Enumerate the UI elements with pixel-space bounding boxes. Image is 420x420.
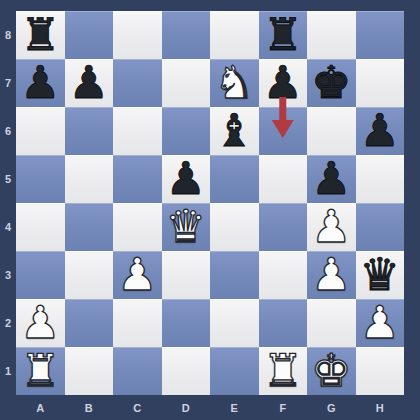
square-a4[interactable] (16, 203, 65, 251)
piece-black-pawn[interactable]: ♟ (166, 155, 206, 203)
square-b6[interactable] (65, 107, 114, 155)
piece-black-bishop[interactable]: ♝ (214, 107, 254, 155)
square-a5[interactable] (16, 155, 65, 203)
piece-black-pawn[interactable]: ♟ (20, 59, 60, 107)
square-h6[interactable]: ♟ (356, 107, 405, 155)
rank-label-8: 8 (0, 11, 16, 59)
square-h5[interactable] (356, 155, 405, 203)
square-e5[interactable] (210, 155, 259, 203)
piece-black-pawn[interactable]: ♟ (360, 107, 400, 155)
square-g6[interactable] (307, 107, 356, 155)
square-a8[interactable]: ♜ (16, 11, 65, 59)
square-d1[interactable] (162, 347, 211, 395)
square-c3[interactable]: ♟ (113, 251, 162, 299)
rank-label-1: 1 (0, 347, 16, 395)
piece-white-king[interactable]: ♚ (311, 347, 351, 395)
rank-label-6: 6 (0, 107, 16, 155)
square-g2[interactable] (307, 299, 356, 347)
rank-label-2: 2 (0, 299, 16, 347)
square-a6[interactable] (16, 107, 65, 155)
file-label-a: A (16, 397, 65, 419)
square-f3[interactable] (259, 251, 308, 299)
square-b5[interactable] (65, 155, 114, 203)
rank-label-5: 5 (0, 155, 16, 203)
rank-label-7: 7 (0, 59, 16, 107)
square-f6[interactable] (259, 107, 308, 155)
square-h8[interactable] (356, 11, 405, 59)
square-a7[interactable]: ♟ (16, 59, 65, 107)
piece-white-knight[interactable]: ♞ (214, 59, 254, 107)
square-g5[interactable]: ♟ (307, 155, 356, 203)
piece-white-pawn[interactable]: ♟ (20, 299, 60, 347)
square-b7[interactable]: ♟ (65, 59, 114, 107)
square-g7[interactable]: ♚ (307, 59, 356, 107)
piece-black-pawn[interactable]: ♟ (311, 155, 351, 203)
square-g3[interactable]: ♟ (307, 251, 356, 299)
square-h1[interactable] (356, 347, 405, 395)
piece-black-pawn[interactable]: ♟ (263, 59, 303, 107)
chess-board: ♜♜♟♟♞♟♚♝♟♟♟♛♟♟♟♛♟♟♜♜♚ (16, 11, 404, 395)
square-g1[interactable]: ♚ (307, 347, 356, 395)
piece-white-pawn[interactable]: ♟ (360, 299, 400, 347)
square-d8[interactable] (162, 11, 211, 59)
square-f1[interactable]: ♜ (259, 347, 308, 395)
square-f8[interactable]: ♜ (259, 11, 308, 59)
square-e3[interactable] (210, 251, 259, 299)
square-f4[interactable] (259, 203, 308, 251)
square-c2[interactable] (113, 299, 162, 347)
square-e1[interactable] (210, 347, 259, 395)
square-c8[interactable] (113, 11, 162, 59)
square-b1[interactable] (65, 347, 114, 395)
piece-black-queen[interactable]: ♛ (360, 251, 400, 299)
piece-white-rook[interactable]: ♜ (263, 347, 303, 395)
square-e7[interactable]: ♞ (210, 59, 259, 107)
square-d4[interactable]: ♛ (162, 203, 211, 251)
square-b2[interactable] (65, 299, 114, 347)
square-h2[interactable]: ♟ (356, 299, 405, 347)
square-e4[interactable] (210, 203, 259, 251)
piece-white-pawn[interactable]: ♟ (311, 203, 351, 251)
square-d5[interactable]: ♟ (162, 155, 211, 203)
square-e2[interactable] (210, 299, 259, 347)
piece-white-pawn[interactable]: ♟ (117, 251, 157, 299)
square-h7[interactable] (356, 59, 405, 107)
square-e6[interactable]: ♝ (210, 107, 259, 155)
square-g8[interactable] (307, 11, 356, 59)
square-c5[interactable] (113, 155, 162, 203)
file-label-h: H (356, 397, 405, 419)
square-f2[interactable] (259, 299, 308, 347)
square-c1[interactable] (113, 347, 162, 395)
file-label-g: G (307, 397, 356, 419)
square-d2[interactable] (162, 299, 211, 347)
file-label-d: D (162, 397, 211, 419)
square-b4[interactable] (65, 203, 114, 251)
board-frame: ♜♜♟♟♞♟♚♝♟♟♟♛♟♟♟♛♟♟♜♜♚ 87654321 ABCDEFGH (0, 0, 420, 420)
square-d7[interactable] (162, 59, 211, 107)
rank-label-4: 4 (0, 203, 16, 251)
piece-white-rook[interactable]: ♜ (20, 347, 60, 395)
square-c7[interactable] (113, 59, 162, 107)
file-label-b: B (65, 397, 114, 419)
piece-black-pawn[interactable]: ♟ (69, 59, 109, 107)
square-d6[interactable] (162, 107, 211, 155)
square-b8[interactable] (65, 11, 114, 59)
square-c6[interactable] (113, 107, 162, 155)
square-b3[interactable] (65, 251, 114, 299)
square-f5[interactable] (259, 155, 308, 203)
piece-black-king[interactable]: ♚ (311, 59, 351, 107)
square-c4[interactable] (113, 203, 162, 251)
square-h3[interactable]: ♛ (356, 251, 405, 299)
square-h4[interactable] (356, 203, 405, 251)
file-label-e: E (210, 397, 259, 419)
square-e8[interactable] (210, 11, 259, 59)
piece-white-pawn[interactable]: ♟ (311, 251, 351, 299)
square-a2[interactable]: ♟ (16, 299, 65, 347)
piece-white-queen[interactable]: ♛ (166, 203, 206, 251)
square-a1[interactable]: ♜ (16, 347, 65, 395)
square-g4[interactable]: ♟ (307, 203, 356, 251)
square-a3[interactable] (16, 251, 65, 299)
piece-black-rook[interactable]: ♜ (263, 11, 303, 59)
piece-black-rook[interactable]: ♜ (20, 11, 60, 59)
file-label-f: F (259, 397, 308, 419)
square-d3[interactable] (162, 251, 211, 299)
square-f7[interactable]: ♟ (259, 59, 308, 107)
file-label-c: C (113, 397, 162, 419)
rank-label-3: 3 (0, 251, 16, 299)
